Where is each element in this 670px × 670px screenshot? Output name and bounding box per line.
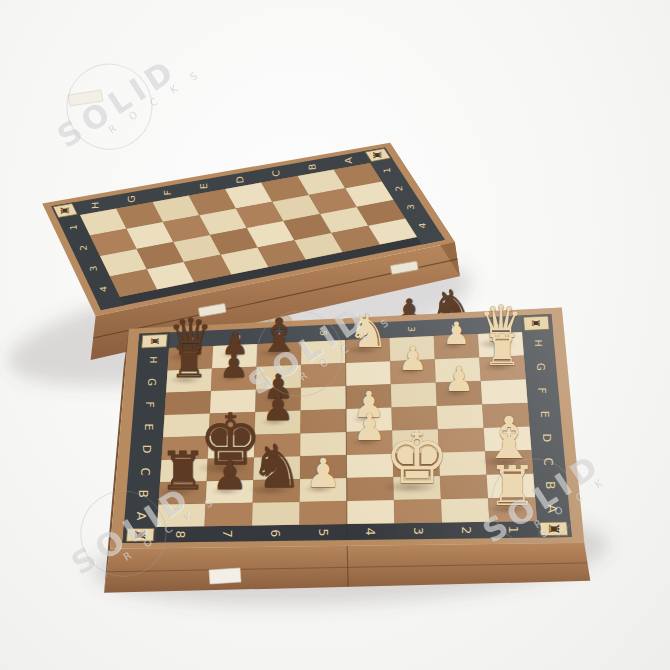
piece-white-pawn-b5: ♟ — [305, 453, 341, 493]
piece-black-pawn-b7: ♟ — [212, 455, 248, 495]
product-render-stage: ♞♟♟♞ HGFEDCBA12341234♜♜HGFEDCBAHGFEDCBA8… — [0, 0, 670, 670]
piece-white-pawn-h2: ♟ — [442, 318, 470, 349]
piece-black-rook-g8: ♜ — [170, 341, 209, 384]
piece-white-pawn-d4: ♟ — [353, 409, 386, 446]
piece-white-pawn-g3: ♟ — [398, 342, 428, 375]
board-pieces-layer: ♛♟♝♞♟♛♜♟♟♜♟♟♟♟♟♚♝♜♟♞♟♚♜ — [0, 0, 670, 670]
piece-black-pawn-e6: ♟ — [262, 390, 294, 426]
piece-black-pawn-g7: ♟ — [219, 349, 249, 382]
piece-white-pawn-f2: ♟ — [444, 362, 474, 396]
piece-black-knight-b6: ♞ — [249, 436, 303, 496]
piece-white-knight-h4: ♞ — [347, 308, 388, 354]
piece-white-rook-g1: ♜ — [483, 329, 522, 372]
piece-black-rook-b8: ♜ — [159, 444, 207, 497]
piece-black-bishop-h6: ♝ — [258, 312, 299, 358]
piece-white-rook-a1: ♜ — [488, 459, 537, 514]
piece-white-king-b3: ♚ — [384, 421, 449, 494]
